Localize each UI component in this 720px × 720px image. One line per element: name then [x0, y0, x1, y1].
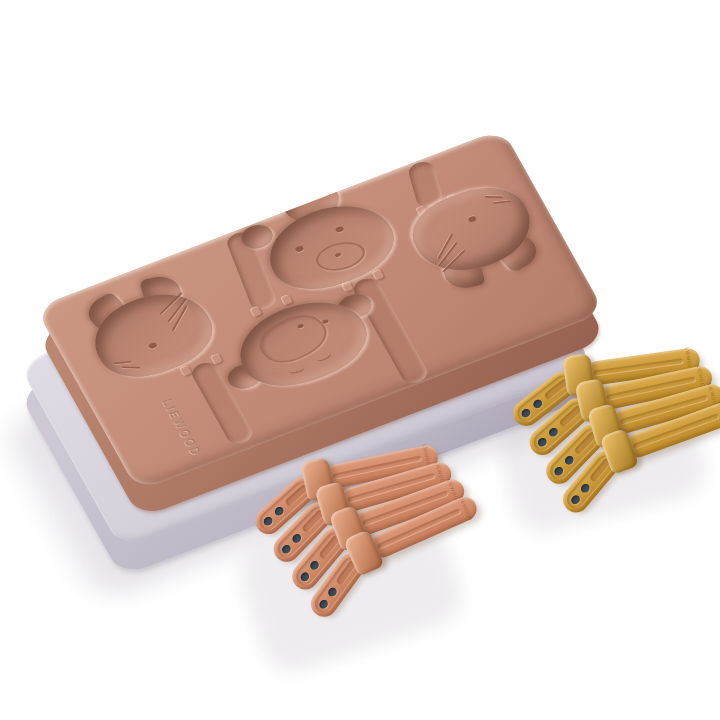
cat-cavity-right — [377, 157, 574, 313]
product-photo-stage: LIEWOOD LIEWOOD LIEWOOD LIEWOOD LIEWOOD … — [0, 0, 720, 720]
brand-embossing: LIEWOOD — [159, 397, 205, 459]
